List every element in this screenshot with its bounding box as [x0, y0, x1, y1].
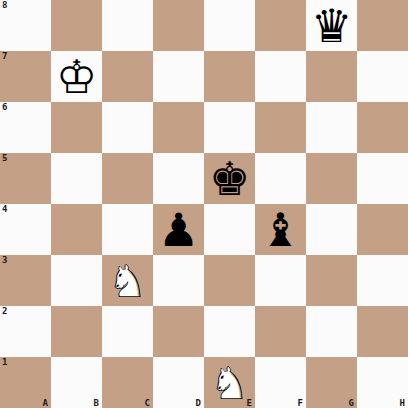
square-a8[interactable]: 8	[0, 0, 51, 51]
square-f1[interactable]: F	[255, 357, 306, 408]
square-a4[interactable]: 4	[0, 204, 51, 255]
square-h1[interactable]: H	[357, 357, 408, 408]
square-b8[interactable]	[51, 0, 102, 51]
square-h6[interactable]	[357, 102, 408, 153]
square-c5[interactable]	[102, 153, 153, 204]
square-d5[interactable]	[153, 153, 204, 204]
square-b7[interactable]: ♚♔	[51, 51, 102, 102]
square-a1[interactable]: 1A	[0, 357, 51, 408]
rank-label-7: 7	[2, 51, 7, 61]
square-c8[interactable]	[102, 0, 153, 51]
square-e8[interactable]	[204, 0, 255, 51]
square-d3[interactable]	[153, 255, 204, 306]
file-label-b: B	[94, 398, 99, 408]
black-king-icon: ♚	[204, 153, 255, 204]
square-c1[interactable]: C	[102, 357, 153, 408]
square-g5[interactable]	[306, 153, 357, 204]
square-d7[interactable]	[153, 51, 204, 102]
square-c4[interactable]	[102, 204, 153, 255]
rank-label-3: 3	[2, 255, 7, 265]
square-e4[interactable]	[204, 204, 255, 255]
square-b5[interactable]	[51, 153, 102, 204]
square-e1[interactable]: E♞♘	[204, 357, 255, 408]
file-label-e: E	[247, 398, 252, 408]
piece-black-king-e5[interactable]: ♚	[204, 153, 255, 204]
piece-black-bishop-f4[interactable]: ♝	[255, 204, 306, 255]
rank-label-1: 1	[2, 357, 7, 367]
square-d8[interactable]	[153, 0, 204, 51]
square-b1[interactable]: B	[51, 357, 102, 408]
square-h3[interactable]	[357, 255, 408, 306]
square-f2[interactable]	[255, 306, 306, 357]
file-label-d: D	[196, 398, 201, 408]
square-c6[interactable]	[102, 102, 153, 153]
square-g6[interactable]	[306, 102, 357, 153]
rank-label-2: 2	[2, 306, 7, 316]
black-queen-icon: ♛	[306, 0, 357, 51]
square-h2[interactable]	[357, 306, 408, 357]
chess-board: 8♛7♚♔65♚4♟♝3♞♘21ABCDE♞♘FGH	[0, 0, 408, 408]
piece-white-knight-c3[interactable]: ♞♘	[102, 255, 153, 306]
square-e2[interactable]	[204, 306, 255, 357]
square-h5[interactable]	[357, 153, 408, 204]
square-b6[interactable]	[51, 102, 102, 153]
square-c2[interactable]	[102, 306, 153, 357]
rank-label-5: 5	[2, 153, 7, 163]
square-c7[interactable]	[102, 51, 153, 102]
square-g8[interactable]: ♛	[306, 0, 357, 51]
file-label-a: A	[43, 398, 48, 408]
square-b2[interactable]	[51, 306, 102, 357]
square-a5[interactable]: 5	[0, 153, 51, 204]
file-label-f: F	[298, 398, 303, 408]
piece-white-king-b7[interactable]: ♚♔	[51, 51, 102, 102]
black-bishop-icon: ♝	[255, 204, 306, 255]
white-knight-icon: ♘	[102, 255, 153, 306]
square-f4[interactable]: ♝	[255, 204, 306, 255]
square-e5[interactable]: ♚	[204, 153, 255, 204]
square-d2[interactable]	[153, 306, 204, 357]
square-f3[interactable]	[255, 255, 306, 306]
square-d1[interactable]: D	[153, 357, 204, 408]
square-f7[interactable]	[255, 51, 306, 102]
file-label-h: H	[400, 398, 405, 408]
square-g7[interactable]	[306, 51, 357, 102]
square-f5[interactable]	[255, 153, 306, 204]
piece-black-queen-g8[interactable]: ♛	[306, 0, 357, 51]
square-c3[interactable]: ♞♘	[102, 255, 153, 306]
rank-label-6: 6	[2, 102, 7, 112]
rank-label-4: 4	[2, 204, 7, 214]
white-king-icon: ♔	[51, 51, 102, 102]
square-g1[interactable]: G	[306, 357, 357, 408]
square-b3[interactable]	[51, 255, 102, 306]
square-b4[interactable]	[51, 204, 102, 255]
square-d6[interactable]	[153, 102, 204, 153]
square-d4[interactable]: ♟	[153, 204, 204, 255]
square-g4[interactable]	[306, 204, 357, 255]
square-g3[interactable]	[306, 255, 357, 306]
square-a3[interactable]: 3	[0, 255, 51, 306]
square-e3[interactable]	[204, 255, 255, 306]
file-label-c: C	[145, 398, 150, 408]
square-h7[interactable]	[357, 51, 408, 102]
square-a6[interactable]: 6	[0, 102, 51, 153]
square-g2[interactable]	[306, 306, 357, 357]
square-e6[interactable]	[204, 102, 255, 153]
square-a2[interactable]: 2	[0, 306, 51, 357]
rank-label-8: 8	[2, 0, 7, 10]
file-label-g: G	[349, 398, 354, 408]
square-f6[interactable]	[255, 102, 306, 153]
square-f8[interactable]	[255, 0, 306, 51]
piece-black-pawn-d4[interactable]: ♟	[153, 204, 204, 255]
square-e7[interactable]	[204, 51, 255, 102]
square-a7[interactable]: 7	[0, 51, 51, 102]
black-pawn-icon: ♟	[153, 204, 204, 255]
chess-board-wrapper: 8♛7♚♔65♚4♟♝3♞♘21ABCDE♞♘FGH	[0, 0, 408, 408]
square-h4[interactable]	[357, 204, 408, 255]
square-h8[interactable]	[357, 0, 408, 51]
